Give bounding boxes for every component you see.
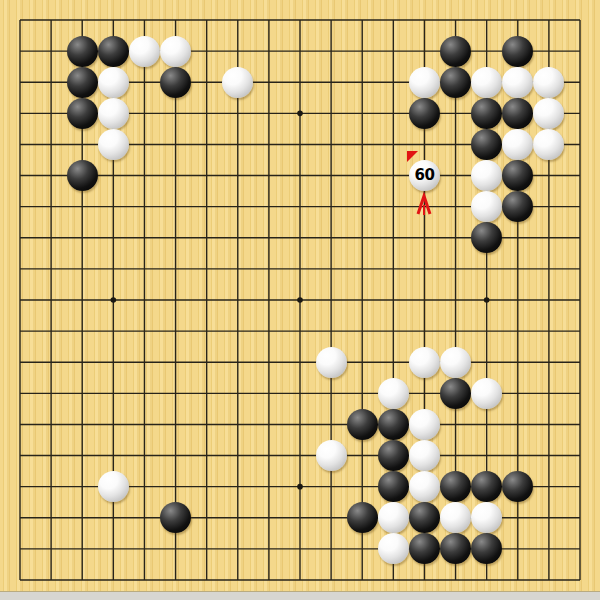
go-app-window: 60 [0,0,600,600]
last-move-up-arrow-icon [415,193,433,217]
white-stone[interactable] [533,67,564,98]
white-stone[interactable] [409,347,440,378]
white-stone[interactable] [409,440,440,471]
black-stone[interactable] [440,67,471,98]
black-stone[interactable] [378,471,409,502]
black-stone[interactable] [471,98,502,129]
star-point [297,111,303,117]
black-stone[interactable] [440,36,471,67]
black-stone[interactable] [502,36,533,67]
black-stone[interactable] [409,98,440,129]
black-stone[interactable] [347,409,378,440]
white-stone[interactable] [502,67,533,98]
go-board[interactable]: 60 [0,0,600,600]
black-stone[interactable] [378,440,409,471]
star-point [111,297,117,303]
white-stone[interactable] [502,129,533,160]
white-stone[interactable] [160,36,191,67]
star-point [297,484,303,490]
white-stone[interactable] [378,502,409,533]
last-move-flag-icon [407,151,418,162]
black-stone[interactable] [409,502,440,533]
black-stone[interactable] [67,98,98,129]
white-stone[interactable] [533,98,564,129]
move-number-label: 60 [415,168,435,183]
white-stone[interactable] [409,67,440,98]
star-point [484,297,490,303]
white-stone[interactable] [98,67,129,98]
black-stone[interactable] [160,67,191,98]
star-point [297,297,303,303]
black-stone[interactable] [502,98,533,129]
white-stone[interactable] [471,378,502,409]
black-stone[interactable] [440,471,471,502]
white-stone[interactable] [471,67,502,98]
white-stone[interactable] [316,347,347,378]
black-stone[interactable] [471,129,502,160]
white-stone[interactable] [98,471,129,502]
white-stone[interactable] [409,471,440,502]
white-stone[interactable] [316,440,347,471]
window-bottom-strip [0,591,600,600]
white-stone[interactable] [409,409,440,440]
white-stone[interactable] [378,533,409,564]
black-stone[interactable] [347,502,378,533]
black-stone[interactable] [67,67,98,98]
black-stone[interactable] [440,378,471,409]
white-stone[interactable] [471,160,502,191]
black-stone[interactable] [67,36,98,67]
black-stone[interactable] [98,36,129,67]
white-stone[interactable]: 60 [409,160,440,191]
white-stone[interactable] [98,129,129,160]
white-stone[interactable] [222,67,253,98]
white-stone[interactable] [129,36,160,67]
white-stone[interactable] [98,98,129,129]
black-stone[interactable] [378,409,409,440]
white-stone[interactable] [378,378,409,409]
white-stone[interactable] [440,347,471,378]
black-stone[interactable] [67,160,98,191]
